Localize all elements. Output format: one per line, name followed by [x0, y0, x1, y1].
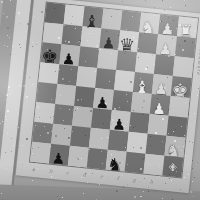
- square-c3[interactable]: [129, 112, 150, 134]
- square-h8[interactable]: [45, 2, 66, 24]
- square-d2[interactable]: ♟: [150, 94, 171, 116]
- square-a6[interactable]: [68, 146, 89, 168]
- square-b6[interactable]: [70, 126, 91, 148]
- piece-bN-a4[interactable]: ♞: [107, 157, 123, 172]
- square-a8[interactable]: [30, 142, 51, 164]
- square-h4[interactable]: [120, 10, 141, 32]
- grain-dot: [192, 160, 193, 161]
- grain-dot: [197, 162, 198, 163]
- square-g6[interactable]: [80, 26, 101, 48]
- grain-dot: [192, 168, 193, 169]
- square-e3[interactable]: ♝: [133, 72, 154, 94]
- square-f8[interactable]: ♚: [41, 42, 62, 64]
- square-e2[interactable]: ♟: [152, 74, 173, 96]
- grain-dot: [185, 5, 186, 6]
- grain-dot: [194, 177, 195, 178]
- square-f4[interactable]: [116, 50, 137, 72]
- square-h7[interactable]: [64, 4, 85, 26]
- square-e8[interactable]: [38, 62, 59, 84]
- square-c6[interactable]: [72, 106, 93, 128]
- square-g4[interactable]: ♛: [118, 30, 139, 52]
- square-d4[interactable]: [112, 90, 133, 112]
- square-a7[interactable]: ♟: [49, 144, 70, 166]
- square-g2[interactable]: ♟: [156, 34, 177, 56]
- square-c8[interactable]: [34, 102, 55, 124]
- square-e7[interactable]: [57, 64, 78, 86]
- square-h5[interactable]: [101, 8, 122, 30]
- grain-dot: [32, 180, 33, 181]
- square-c2[interactable]: [148, 114, 169, 136]
- square-d7[interactable]: [55, 84, 76, 106]
- square-f6[interactable]: [78, 46, 99, 68]
- square-b2[interactable]: [146, 134, 167, 156]
- square-f1[interactable]: [173, 56, 194, 78]
- square-a2[interactable]: [143, 154, 164, 176]
- square-a3[interactable]: [125, 152, 146, 174]
- square-h2[interactable]: ♟: [158, 14, 179, 36]
- square-g7[interactable]: [61, 24, 82, 46]
- square-h6[interactable]: ♝: [82, 6, 103, 28]
- square-b5[interactable]: [89, 128, 110, 150]
- square-a1[interactable]: ◈: [162, 156, 183, 178]
- square-c5[interactable]: [91, 108, 112, 130]
- square-f2[interactable]: [154, 54, 175, 76]
- grain-dot: [162, 0, 163, 1]
- square-g1[interactable]: [175, 36, 196, 58]
- square-c4[interactable]: ♟: [110, 110, 131, 132]
- square-b1[interactable]: ♞: [164, 136, 185, 158]
- square-c7[interactable]: [53, 104, 74, 126]
- square-e6[interactable]: [76, 66, 97, 88]
- square-d6[interactable]: [74, 86, 95, 108]
- photo-stage: ♝♞♟♜♟♛♟♚♟♝♟♚♟♟♟♞♟♞◈ abcdefgh checkmate: [0, 0, 200, 200]
- square-d3[interactable]: [131, 92, 152, 114]
- corner-emblem-icon: ◈: [168, 160, 178, 174]
- square-d5[interactable]: ♟: [93, 88, 114, 110]
- piece-bP-a7[interactable]: ♟: [51, 153, 65, 166]
- grain-dot: [170, 7, 171, 8]
- grain-dot: [184, 0, 185, 1]
- chessboard: ♝♞♟♜♟♛♟♚♟♝♟♚♟♟♟♞♟♞◈ abcdefgh checkmate: [16, 0, 200, 193]
- square-e4[interactable]: [114, 70, 135, 92]
- board-grid: ♝♞♟♜♟♛♟♚♟♝♟♚♟♟♟♞♟♞◈: [30, 2, 198, 177]
- square-b3[interactable]: [127, 132, 148, 154]
- square-e1[interactable]: ♚: [171, 76, 192, 98]
- square-h3[interactable]: ♞: [139, 12, 160, 34]
- grain-dot: [122, 1, 123, 2]
- square-d1[interactable]: [169, 96, 190, 118]
- square-g8[interactable]: [43, 22, 64, 44]
- square-d8[interactable]: [36, 82, 57, 104]
- square-g3[interactable]: [137, 32, 158, 54]
- square-e5[interactable]: [95, 68, 116, 90]
- square-b4[interactable]: [108, 130, 129, 152]
- square-a5[interactable]: [87, 148, 108, 170]
- square-f7[interactable]: ♟: [59, 44, 80, 66]
- square-b8[interactable]: [32, 122, 53, 144]
- square-f5[interactable]: [97, 48, 118, 70]
- square-b7[interactable]: [51, 124, 72, 146]
- square-f3[interactable]: [135, 52, 156, 74]
- square-c1[interactable]: [167, 116, 188, 138]
- square-h1[interactable]: ♜: [177, 16, 198, 38]
- square-a4[interactable]: ♞: [106, 150, 127, 172]
- grain-dot: [145, 0, 146, 1]
- grain-dot: [192, 181, 193, 182]
- square-g5[interactable]: ♟: [99, 28, 120, 50]
